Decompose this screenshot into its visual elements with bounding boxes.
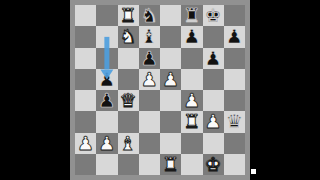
- square-a8[interactable]: [75, 5, 96, 26]
- square-b1[interactable]: [96, 154, 117, 175]
- piece-black-pawn-g6[interactable]: ♟: [203, 48, 224, 69]
- square-d7[interactable]: ♝: [139, 26, 160, 47]
- square-g2[interactable]: [203, 133, 224, 154]
- square-a5[interactable]: [75, 69, 96, 90]
- piece-black-king-g8[interactable]: ♚: [203, 5, 224, 26]
- chess-board-frame: ♜♞♜♚♞♝♟♟♟♟♟♟♟♟♛♟♜♟♛♟♟♝♜♚: [70, 0, 250, 180]
- square-d4[interactable]: [139, 90, 160, 111]
- corner-dot: [251, 169, 256, 174]
- square-c1[interactable]: [118, 154, 139, 175]
- square-a3[interactable]: [75, 111, 96, 132]
- square-h1[interactable]: [224, 154, 245, 175]
- piece-black-pawn-h7[interactable]: ♟: [224, 26, 245, 47]
- square-g3[interactable]: ♟: [203, 111, 224, 132]
- square-b7[interactable]: [96, 26, 117, 47]
- square-h8[interactable]: [224, 5, 245, 26]
- square-f3[interactable]: ♜: [181, 111, 202, 132]
- square-e3[interactable]: [160, 111, 181, 132]
- square-b8[interactable]: [96, 5, 117, 26]
- piece-white-rook-f3[interactable]: ♜: [181, 111, 202, 132]
- piece-white-knight-c7[interactable]: ♞: [118, 26, 139, 47]
- square-e5[interactable]: ♟: [160, 69, 181, 90]
- square-c8[interactable]: ♜: [118, 5, 139, 26]
- piece-white-pawn-g3[interactable]: ♟: [203, 111, 224, 132]
- square-g5[interactable]: [203, 69, 224, 90]
- square-e2[interactable]: [160, 133, 181, 154]
- piece-white-pawn-b2[interactable]: ♟: [96, 133, 117, 154]
- piece-white-pawn-a2[interactable]: ♟: [75, 133, 96, 154]
- chess-board[interactable]: ♜♞♜♚♞♝♟♟♟♟♟♟♟♟♛♟♜♟♛♟♟♝♜♚: [75, 5, 245, 175]
- piece-white-rook-e1[interactable]: ♜: [160, 154, 181, 175]
- square-g8[interactable]: ♚: [203, 5, 224, 26]
- square-h7[interactable]: ♟: [224, 26, 245, 47]
- piece-white-pawn-d5[interactable]: ♟: [139, 69, 160, 90]
- piece-black-rook-f8[interactable]: ♜: [181, 5, 202, 26]
- square-d1[interactable]: [139, 154, 160, 175]
- piece-black-queen-h3[interactable]: ♛: [224, 111, 245, 132]
- square-e8[interactable]: [160, 5, 181, 26]
- piece-white-queen-c4[interactable]: ♛: [118, 90, 139, 111]
- square-h3[interactable]: ♛: [224, 111, 245, 132]
- square-d6[interactable]: ♟: [139, 48, 160, 69]
- piece-black-pawn-f7[interactable]: ♟: [181, 26, 202, 47]
- square-h4[interactable]: [224, 90, 245, 111]
- square-a1[interactable]: [75, 154, 96, 175]
- square-d2[interactable]: [139, 133, 160, 154]
- square-c7[interactable]: ♞: [118, 26, 139, 47]
- square-c6[interactable]: [118, 48, 139, 69]
- square-b4[interactable]: ♟: [96, 90, 117, 111]
- square-c5[interactable]: [118, 69, 139, 90]
- square-e6[interactable]: [160, 48, 181, 69]
- piece-white-king-g1[interactable]: ♚: [203, 154, 224, 175]
- piece-white-bishop-c2[interactable]: ♝: [118, 133, 139, 154]
- square-a7[interactable]: [75, 26, 96, 47]
- square-b2[interactable]: ♟: [96, 133, 117, 154]
- square-b3[interactable]: [96, 111, 117, 132]
- square-f6[interactable]: [181, 48, 202, 69]
- square-f2[interactable]: [181, 133, 202, 154]
- square-f1[interactable]: [181, 154, 202, 175]
- square-g4[interactable]: [203, 90, 224, 111]
- square-c3[interactable]: [118, 111, 139, 132]
- piece-black-bishop-d7[interactable]: ♝: [139, 26, 160, 47]
- square-g7[interactable]: [203, 26, 224, 47]
- square-d3[interactable]: [139, 111, 160, 132]
- square-h6[interactable]: [224, 48, 245, 69]
- square-e1[interactable]: ♜: [160, 154, 181, 175]
- square-a2[interactable]: ♟: [75, 133, 96, 154]
- piece-black-pawn-b5[interactable]: ♟: [96, 69, 117, 90]
- square-e7[interactable]: [160, 26, 181, 47]
- square-c2[interactable]: ♝: [118, 133, 139, 154]
- square-b6[interactable]: [96, 48, 117, 69]
- piece-white-rook-c8[interactable]: ♜: [118, 5, 139, 26]
- square-f4[interactable]: ♟: [181, 90, 202, 111]
- square-g1[interactable]: ♚: [203, 154, 224, 175]
- piece-black-knight-d8[interactable]: ♞: [139, 5, 160, 26]
- screenshot-stage: ♜♞♜♚♞♝♟♟♟♟♟♟♟♟♛♟♜♟♛♟♟♝♜♚: [0, 0, 320, 180]
- square-c4[interactable]: ♛: [118, 90, 139, 111]
- square-f8[interactable]: ♜: [181, 5, 202, 26]
- square-f7[interactable]: ♟: [181, 26, 202, 47]
- square-b5[interactable]: ♟: [96, 69, 117, 90]
- square-h2[interactable]: [224, 133, 245, 154]
- square-h5[interactable]: [224, 69, 245, 90]
- square-f5[interactable]: [181, 69, 202, 90]
- square-d8[interactable]: ♞: [139, 5, 160, 26]
- piece-white-pawn-e5[interactable]: ♟: [160, 69, 181, 90]
- piece-white-pawn-f4[interactable]: ♟: [181, 90, 202, 111]
- square-a4[interactable]: [75, 90, 96, 111]
- piece-black-pawn-d6[interactable]: ♟: [139, 48, 160, 69]
- square-g6[interactable]: ♟: [203, 48, 224, 69]
- square-a6[interactable]: [75, 48, 96, 69]
- piece-black-pawn-b4[interactable]: ♟: [96, 90, 117, 111]
- square-e4[interactable]: [160, 90, 181, 111]
- square-d5[interactable]: ♟: [139, 69, 160, 90]
